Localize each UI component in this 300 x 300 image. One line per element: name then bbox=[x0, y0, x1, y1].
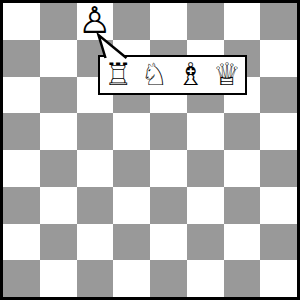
square-g1[interactable] bbox=[224, 260, 261, 297]
square-c4[interactable] bbox=[77, 150, 114, 187]
square-b8[interactable] bbox=[40, 3, 77, 40]
square-a7[interactable] bbox=[3, 40, 40, 77]
square-f4[interactable] bbox=[187, 150, 224, 187]
square-b7[interactable] bbox=[40, 40, 77, 77]
square-h7[interactable] bbox=[260, 40, 297, 77]
promote-knight-button[interactable]: ♘ bbox=[140, 59, 168, 90]
promotion-dialog: ♖ ♘ ♗ ♕ bbox=[98, 55, 247, 95]
square-e4[interactable] bbox=[150, 150, 187, 187]
square-b3[interactable] bbox=[40, 187, 77, 224]
square-f8[interactable] bbox=[187, 3, 224, 40]
square-h5[interactable] bbox=[260, 113, 297, 150]
chess-board: ♙ bbox=[0, 0, 300, 300]
square-f1[interactable] bbox=[187, 260, 224, 297]
promote-rook-button[interactable]: ♖ bbox=[104, 59, 132, 90]
square-e3[interactable] bbox=[150, 187, 187, 224]
square-a4[interactable] bbox=[3, 150, 40, 187]
square-h2[interactable] bbox=[260, 224, 297, 261]
square-h8[interactable] bbox=[260, 3, 297, 40]
square-d1[interactable] bbox=[113, 260, 150, 297]
square-h3[interactable] bbox=[260, 187, 297, 224]
square-d8[interactable] bbox=[113, 3, 150, 40]
square-d3[interactable] bbox=[113, 187, 150, 224]
square-h4[interactable] bbox=[260, 150, 297, 187]
square-a3[interactable] bbox=[3, 187, 40, 224]
square-a5[interactable] bbox=[3, 113, 40, 150]
square-f2[interactable] bbox=[187, 224, 224, 261]
square-b6[interactable] bbox=[40, 77, 77, 114]
square-c2[interactable] bbox=[77, 224, 114, 261]
square-d2[interactable] bbox=[113, 224, 150, 261]
chess-app-screen: ♙ ♖ ♘ ♗ ♕ bbox=[0, 0, 300, 300]
square-f5[interactable] bbox=[187, 113, 224, 150]
square-b5[interactable] bbox=[40, 113, 77, 150]
square-a2[interactable] bbox=[3, 224, 40, 261]
square-e1[interactable] bbox=[150, 260, 187, 297]
square-d5[interactable] bbox=[113, 113, 150, 150]
square-b2[interactable] bbox=[40, 224, 77, 261]
square-d4[interactable] bbox=[113, 150, 150, 187]
square-c5[interactable] bbox=[77, 113, 114, 150]
square-g2[interactable] bbox=[224, 224, 261, 261]
square-g5[interactable] bbox=[224, 113, 261, 150]
square-a1[interactable] bbox=[3, 260, 40, 297]
square-e5[interactable] bbox=[150, 113, 187, 150]
square-e2[interactable] bbox=[150, 224, 187, 261]
promote-bishop-button[interactable]: ♗ bbox=[177, 59, 205, 90]
square-b4[interactable] bbox=[40, 150, 77, 187]
square-h6[interactable] bbox=[260, 77, 297, 114]
square-e8[interactable] bbox=[150, 3, 187, 40]
square-c8[interactable]: ♙ bbox=[77, 3, 114, 40]
square-g3[interactable] bbox=[224, 187, 261, 224]
white-pawn[interactable]: ♙ bbox=[78, 2, 111, 39]
square-g8[interactable] bbox=[224, 3, 261, 40]
board-grid: ♙ bbox=[3, 3, 297, 297]
square-c1[interactable] bbox=[77, 260, 114, 297]
square-c3[interactable] bbox=[77, 187, 114, 224]
square-g4[interactable] bbox=[224, 150, 261, 187]
square-h1[interactable] bbox=[260, 260, 297, 297]
square-a6[interactable] bbox=[3, 77, 40, 114]
promote-queen-button[interactable]: ♕ bbox=[213, 59, 241, 90]
square-a8[interactable] bbox=[3, 3, 40, 40]
square-f3[interactable] bbox=[187, 187, 224, 224]
square-b1[interactable] bbox=[40, 260, 77, 297]
